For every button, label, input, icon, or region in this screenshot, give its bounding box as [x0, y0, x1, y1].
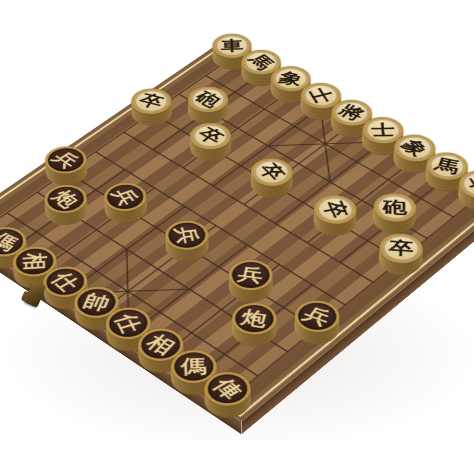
- piece-character: 車: [464, 174, 474, 194]
- piece-character: 相: [22, 252, 47, 271]
- piece-red-cannon[interactable]: 炮: [223, 308, 286, 353]
- piece-character: 將: [336, 102, 368, 123]
- piece-character: 卒: [136, 92, 166, 111]
- piece-black-soldier[interactable]: 卒: [123, 95, 179, 131]
- piece-black-soldier[interactable]: 卒: [182, 129, 239, 166]
- piece-red-soldier[interactable]: 兵: [96, 189, 155, 229]
- piece-character: 兵: [236, 265, 265, 285]
- piece-red-soldier[interactable]: 兵: [157, 227, 217, 268]
- piece-black-soldier[interactable]: 卒: [305, 201, 364, 241]
- photo-canvas: 車馬象士將士象馬車砲砲卒卒卒卒卒兵兵兵兵兵炮炮俥傌相仕帥仕相傌俥: [0, 0, 474, 474]
- piece-character: 炮: [49, 188, 83, 211]
- piece-face: 炮: [223, 297, 286, 342]
- piece-character: 兵: [49, 149, 82, 171]
- piece-character: 帥: [81, 291, 113, 313]
- pieces-layer: 車馬象士將士象馬車砲砲卒卒卒卒卒兵兵兵兵兵炮炮俥傌相仕帥仕相傌俥: [0, 42, 474, 421]
- piece-red-cannon[interactable]: 炮: [37, 191, 96, 231]
- piece-character: 俥: [209, 375, 246, 402]
- piece-character: 卒: [255, 161, 288, 183]
- piece-character: 傌: [0, 230, 22, 253]
- piece-character: 象: [277, 70, 305, 88]
- piece-character: 卒: [320, 200, 350, 220]
- piece-character: 仕: [48, 269, 83, 294]
- piece-character: 傌: [181, 357, 208, 376]
- piece-character: 士: [371, 122, 396, 137]
- piece-character: 炮: [239, 308, 269, 329]
- piece-black-soldier[interactable]: 卒: [242, 165, 300, 204]
- piece-character: 兵: [109, 186, 141, 208]
- piece-character: 仕: [112, 312, 145, 336]
- piece-character: 砲: [192, 89, 224, 109]
- piece-character: 象: [398, 137, 431, 159]
- piece-character: 相: [143, 332, 179, 358]
- xiangqi-board[interactable]: 車馬象士將士象馬車砲砲卒卒卒卒卒兵兵兵兵兵炮炮俥傌相仕帥仕相傌俥: [0, 42, 474, 421]
- piece-character: 兵: [173, 226, 201, 245]
- piece-character: 卒: [194, 125, 227, 146]
- piece-character: 砲: [383, 199, 407, 216]
- piece-character: 士: [306, 86, 336, 105]
- piece-character: 卒: [388, 239, 414, 257]
- scene: 車馬象士將士象馬車砲砲卒卒卒卒卒兵兵兵兵兵炮炮俥傌相仕帥仕相傌俥: [0, 0, 474, 474]
- piece-character: 車: [221, 39, 244, 53]
- piece-character: 兵: [300, 304, 334, 328]
- piece-character: 馬: [433, 156, 462, 175]
- piece-character: 馬: [245, 52, 277, 72]
